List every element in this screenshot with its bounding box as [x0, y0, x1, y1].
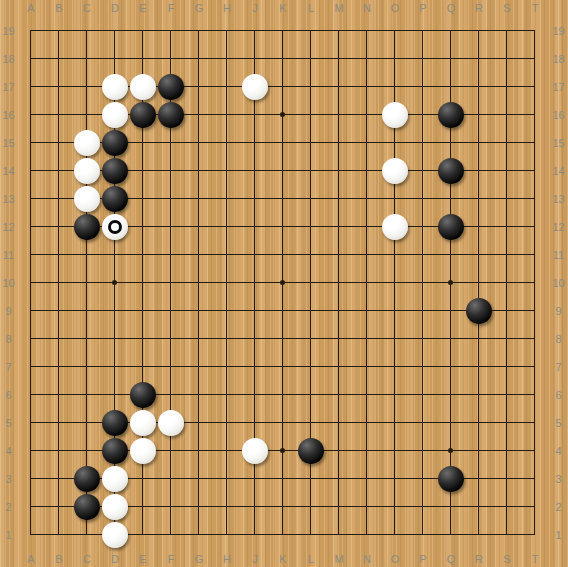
intersection-E19[interactable]: [129, 17, 157, 45]
intersection-L11[interactable]: [297, 241, 325, 269]
intersection-C18[interactable]: [73, 45, 101, 73]
intersection-G5[interactable]: [185, 409, 213, 437]
intersection-F16[interactable]: [157, 101, 185, 129]
intersection-A2[interactable]: [17, 493, 45, 521]
intersection-T10[interactable]: [521, 269, 549, 297]
intersection-P9[interactable]: [409, 297, 437, 325]
intersection-D6[interactable]: [101, 381, 129, 409]
intersection-H12[interactable]: [213, 213, 241, 241]
intersection-R8[interactable]: [465, 325, 493, 353]
intersection-E17[interactable]: [129, 73, 157, 101]
intersection-S4[interactable]: [493, 437, 521, 465]
intersection-Q12[interactable]: [437, 213, 465, 241]
intersection-A19[interactable]: [17, 17, 45, 45]
intersection-R6[interactable]: [465, 381, 493, 409]
intersection-C9[interactable]: [73, 297, 101, 325]
intersection-B16[interactable]: [45, 101, 73, 129]
intersection-L19[interactable]: [297, 17, 325, 45]
intersection-E6[interactable]: [129, 381, 157, 409]
intersection-P11[interactable]: [409, 241, 437, 269]
intersection-B8[interactable]: [45, 325, 73, 353]
intersection-M16[interactable]: [325, 101, 353, 129]
intersection-Q13[interactable]: [437, 185, 465, 213]
intersection-C14[interactable]: [73, 157, 101, 185]
intersection-C5[interactable]: [73, 409, 101, 437]
intersection-D18[interactable]: [101, 45, 129, 73]
intersection-S11[interactable]: [493, 241, 521, 269]
intersection-A10[interactable]: [17, 269, 45, 297]
intersection-M5[interactable]: [325, 409, 353, 437]
intersection-S1[interactable]: [493, 521, 521, 549]
intersection-Q4[interactable]: [437, 437, 465, 465]
intersection-K7[interactable]: [269, 353, 297, 381]
intersection-S18[interactable]: [493, 45, 521, 73]
intersection-E9[interactable]: [129, 297, 157, 325]
intersection-H9[interactable]: [213, 297, 241, 325]
intersection-A14[interactable]: [17, 157, 45, 185]
intersection-J19[interactable]: [241, 17, 269, 45]
intersection-N3[interactable]: [353, 465, 381, 493]
intersection-K3[interactable]: [269, 465, 297, 493]
intersection-N13[interactable]: [353, 185, 381, 213]
intersection-O9[interactable]: [381, 297, 409, 325]
intersection-D15[interactable]: [101, 129, 129, 157]
intersection-D14[interactable]: [101, 157, 129, 185]
intersection-P14[interactable]: [409, 157, 437, 185]
intersection-Q17[interactable]: [437, 73, 465, 101]
intersection-O10[interactable]: [381, 269, 409, 297]
intersection-L4[interactable]: [297, 437, 325, 465]
intersection-P13[interactable]: [409, 185, 437, 213]
intersection-N12[interactable]: [353, 213, 381, 241]
intersection-H3[interactable]: [213, 465, 241, 493]
intersection-H5[interactable]: [213, 409, 241, 437]
intersection-D16[interactable]: [101, 101, 129, 129]
intersection-Q8[interactable]: [437, 325, 465, 353]
intersection-M17[interactable]: [325, 73, 353, 101]
intersection-C7[interactable]: [73, 353, 101, 381]
intersection-F5[interactable]: [157, 409, 185, 437]
intersection-N17[interactable]: [353, 73, 381, 101]
intersection-L16[interactable]: [297, 101, 325, 129]
intersection-C2[interactable]: [73, 493, 101, 521]
intersection-H2[interactable]: [213, 493, 241, 521]
intersection-O6[interactable]: [381, 381, 409, 409]
intersection-B3[interactable]: [45, 465, 73, 493]
intersection-O5[interactable]: [381, 409, 409, 437]
intersection-M1[interactable]: [325, 521, 353, 549]
intersection-Q11[interactable]: [437, 241, 465, 269]
intersection-L15[interactable]: [297, 129, 325, 157]
intersection-L12[interactable]: [297, 213, 325, 241]
intersection-T15[interactable]: [521, 129, 549, 157]
intersection-Q5[interactable]: [437, 409, 465, 437]
intersection-S17[interactable]: [493, 73, 521, 101]
intersection-T19[interactable]: [521, 17, 549, 45]
intersection-H15[interactable]: [213, 129, 241, 157]
intersection-J17[interactable]: [241, 73, 269, 101]
intersection-K10[interactable]: [269, 269, 297, 297]
intersection-H17[interactable]: [213, 73, 241, 101]
intersection-G19[interactable]: [185, 17, 213, 45]
intersection-E5[interactable]: [129, 409, 157, 437]
intersection-A5[interactable]: [17, 409, 45, 437]
intersection-K14[interactable]: [269, 157, 297, 185]
intersection-D19[interactable]: [101, 17, 129, 45]
intersection-N2[interactable]: [353, 493, 381, 521]
intersection-G2[interactable]: [185, 493, 213, 521]
intersection-C16[interactable]: [73, 101, 101, 129]
intersection-P1[interactable]: [409, 521, 437, 549]
intersection-B18[interactable]: [45, 45, 73, 73]
intersection-O14[interactable]: [381, 157, 409, 185]
intersection-S10[interactable]: [493, 269, 521, 297]
intersection-G6[interactable]: [185, 381, 213, 409]
intersection-R14[interactable]: [465, 157, 493, 185]
intersection-E10[interactable]: [129, 269, 157, 297]
intersection-K18[interactable]: [269, 45, 297, 73]
intersection-O4[interactable]: [381, 437, 409, 465]
intersection-Q7[interactable]: [437, 353, 465, 381]
intersection-T13[interactable]: [521, 185, 549, 213]
intersection-R12[interactable]: [465, 213, 493, 241]
intersection-M2[interactable]: [325, 493, 353, 521]
intersection-L14[interactable]: [297, 157, 325, 185]
intersection-Q18[interactable]: [437, 45, 465, 73]
intersection-F10[interactable]: [157, 269, 185, 297]
intersection-M11[interactable]: [325, 241, 353, 269]
intersection-N4[interactable]: [353, 437, 381, 465]
intersection-S8[interactable]: [493, 325, 521, 353]
intersection-F14[interactable]: [157, 157, 185, 185]
intersection-E7[interactable]: [129, 353, 157, 381]
intersection-S9[interactable]: [493, 297, 521, 325]
intersection-F6[interactable]: [157, 381, 185, 409]
intersection-B4[interactable]: [45, 437, 73, 465]
intersection-H8[interactable]: [213, 325, 241, 353]
intersection-S19[interactable]: [493, 17, 521, 45]
intersection-F2[interactable]: [157, 493, 185, 521]
intersection-R3[interactable]: [465, 465, 493, 493]
intersection-K6[interactable]: [269, 381, 297, 409]
intersection-T3[interactable]: [521, 465, 549, 493]
intersection-F18[interactable]: [157, 45, 185, 73]
intersection-G18[interactable]: [185, 45, 213, 73]
intersection-L10[interactable]: [297, 269, 325, 297]
intersection-J15[interactable]: [241, 129, 269, 157]
intersection-P5[interactable]: [409, 409, 437, 437]
intersection-O13[interactable]: [381, 185, 409, 213]
intersection-L9[interactable]: [297, 297, 325, 325]
intersection-T14[interactable]: [521, 157, 549, 185]
intersection-S3[interactable]: [493, 465, 521, 493]
intersection-P6[interactable]: [409, 381, 437, 409]
intersection-A15[interactable]: [17, 129, 45, 157]
intersection-O12[interactable]: [381, 213, 409, 241]
intersection-N9[interactable]: [353, 297, 381, 325]
intersection-E12[interactable]: [129, 213, 157, 241]
intersection-J7[interactable]: [241, 353, 269, 381]
intersection-J4[interactable]: [241, 437, 269, 465]
intersection-S6[interactable]: [493, 381, 521, 409]
intersection-L13[interactable]: [297, 185, 325, 213]
intersection-L5[interactable]: [297, 409, 325, 437]
intersection-R11[interactable]: [465, 241, 493, 269]
intersection-S14[interactable]: [493, 157, 521, 185]
intersection-C8[interactable]: [73, 325, 101, 353]
intersection-C6[interactable]: [73, 381, 101, 409]
intersection-R13[interactable]: [465, 185, 493, 213]
intersection-O17[interactable]: [381, 73, 409, 101]
intersection-R2[interactable]: [465, 493, 493, 521]
intersection-J10[interactable]: [241, 269, 269, 297]
intersection-P18[interactable]: [409, 45, 437, 73]
intersection-G12[interactable]: [185, 213, 213, 241]
intersection-S2[interactable]: [493, 493, 521, 521]
intersection-O1[interactable]: [381, 521, 409, 549]
intersection-H19[interactable]: [213, 17, 241, 45]
intersection-L8[interactable]: [297, 325, 325, 353]
intersection-F8[interactable]: [157, 325, 185, 353]
intersection-N19[interactable]: [353, 17, 381, 45]
intersection-P7[interactable]: [409, 353, 437, 381]
intersection-T11[interactable]: [521, 241, 549, 269]
intersection-F9[interactable]: [157, 297, 185, 325]
intersection-R5[interactable]: [465, 409, 493, 437]
intersection-F11[interactable]: [157, 241, 185, 269]
intersection-T6[interactable]: [521, 381, 549, 409]
intersection-E3[interactable]: [129, 465, 157, 493]
intersection-R15[interactable]: [465, 129, 493, 157]
intersection-G17[interactable]: [185, 73, 213, 101]
intersection-E14[interactable]: [129, 157, 157, 185]
intersection-A12[interactable]: [17, 213, 45, 241]
intersection-A9[interactable]: [17, 297, 45, 325]
intersection-T18[interactable]: [521, 45, 549, 73]
intersection-R9[interactable]: [465, 297, 493, 325]
intersection-N8[interactable]: [353, 325, 381, 353]
intersection-N1[interactable]: [353, 521, 381, 549]
intersection-P3[interactable]: [409, 465, 437, 493]
intersection-H11[interactable]: [213, 241, 241, 269]
intersection-E1[interactable]: [129, 521, 157, 549]
intersection-D12[interactable]: [101, 213, 129, 241]
intersection-B12[interactable]: [45, 213, 73, 241]
intersection-D3[interactable]: [101, 465, 129, 493]
intersection-G15[interactable]: [185, 129, 213, 157]
intersection-O18[interactable]: [381, 45, 409, 73]
intersection-N7[interactable]: [353, 353, 381, 381]
intersection-L18[interactable]: [297, 45, 325, 73]
intersection-R1[interactable]: [465, 521, 493, 549]
intersection-A1[interactable]: [17, 521, 45, 549]
intersection-D1[interactable]: [101, 521, 129, 549]
intersection-T5[interactable]: [521, 409, 549, 437]
intersection-T16[interactable]: [521, 101, 549, 129]
intersection-T4[interactable]: [521, 437, 549, 465]
intersection-J1[interactable]: [241, 521, 269, 549]
intersection-Q14[interactable]: [437, 157, 465, 185]
intersection-H13[interactable]: [213, 185, 241, 213]
intersection-P15[interactable]: [409, 129, 437, 157]
intersection-F3[interactable]: [157, 465, 185, 493]
intersection-F17[interactable]: [157, 73, 185, 101]
intersection-T17[interactable]: [521, 73, 549, 101]
intersection-L3[interactable]: [297, 465, 325, 493]
intersection-P2[interactable]: [409, 493, 437, 521]
intersection-D2[interactable]: [101, 493, 129, 521]
intersection-O8[interactable]: [381, 325, 409, 353]
intersection-G14[interactable]: [185, 157, 213, 185]
intersection-K1[interactable]: [269, 521, 297, 549]
intersection-B10[interactable]: [45, 269, 73, 297]
intersection-J12[interactable]: [241, 213, 269, 241]
intersection-J11[interactable]: [241, 241, 269, 269]
intersection-N10[interactable]: [353, 269, 381, 297]
intersection-P17[interactable]: [409, 73, 437, 101]
intersection-H10[interactable]: [213, 269, 241, 297]
intersection-N15[interactable]: [353, 129, 381, 157]
intersection-B2[interactable]: [45, 493, 73, 521]
intersection-E15[interactable]: [129, 129, 157, 157]
intersection-C17[interactable]: [73, 73, 101, 101]
intersection-D4[interactable]: [101, 437, 129, 465]
intersection-S5[interactable]: [493, 409, 521, 437]
intersection-C3[interactable]: [73, 465, 101, 493]
intersection-K4[interactable]: [269, 437, 297, 465]
intersection-D17[interactable]: [101, 73, 129, 101]
intersection-C11[interactable]: [73, 241, 101, 269]
intersection-D10[interactable]: [101, 269, 129, 297]
intersection-Q16[interactable]: [437, 101, 465, 129]
intersection-T1[interactable]: [521, 521, 549, 549]
intersection-A6[interactable]: [17, 381, 45, 409]
intersection-A4[interactable]: [17, 437, 45, 465]
intersection-H16[interactable]: [213, 101, 241, 129]
intersection-M14[interactable]: [325, 157, 353, 185]
intersection-J13[interactable]: [241, 185, 269, 213]
intersection-H7[interactable]: [213, 353, 241, 381]
intersection-R10[interactable]: [465, 269, 493, 297]
intersection-G10[interactable]: [185, 269, 213, 297]
intersection-O15[interactable]: [381, 129, 409, 157]
intersection-K8[interactable]: [269, 325, 297, 353]
intersection-C12[interactable]: [73, 213, 101, 241]
intersection-E16[interactable]: [129, 101, 157, 129]
intersection-J9[interactable]: [241, 297, 269, 325]
intersection-G11[interactable]: [185, 241, 213, 269]
intersection-Q1[interactable]: [437, 521, 465, 549]
intersection-N11[interactable]: [353, 241, 381, 269]
intersection-O3[interactable]: [381, 465, 409, 493]
intersection-A11[interactable]: [17, 241, 45, 269]
intersection-T9[interactable]: [521, 297, 549, 325]
intersection-J5[interactable]: [241, 409, 269, 437]
intersection-Q15[interactable]: [437, 129, 465, 157]
intersection-A13[interactable]: [17, 185, 45, 213]
intersection-T12[interactable]: [521, 213, 549, 241]
intersection-K17[interactable]: [269, 73, 297, 101]
intersection-B7[interactable]: [45, 353, 73, 381]
intersection-M10[interactable]: [325, 269, 353, 297]
intersection-R19[interactable]: [465, 17, 493, 45]
intersection-E13[interactable]: [129, 185, 157, 213]
intersection-N18[interactable]: [353, 45, 381, 73]
intersection-H14[interactable]: [213, 157, 241, 185]
intersection-M13[interactable]: [325, 185, 353, 213]
intersection-K5[interactable]: [269, 409, 297, 437]
intersection-A17[interactable]: [17, 73, 45, 101]
intersection-C10[interactable]: [73, 269, 101, 297]
intersection-Q2[interactable]: [437, 493, 465, 521]
intersection-O16[interactable]: [381, 101, 409, 129]
intersection-M9[interactable]: [325, 297, 353, 325]
intersection-M6[interactable]: [325, 381, 353, 409]
intersection-M3[interactable]: [325, 465, 353, 493]
intersection-M7[interactable]: [325, 353, 353, 381]
intersection-R18[interactable]: [465, 45, 493, 73]
intersection-Q3[interactable]: [437, 465, 465, 493]
intersection-N5[interactable]: [353, 409, 381, 437]
intersection-P4[interactable]: [409, 437, 437, 465]
intersection-P10[interactable]: [409, 269, 437, 297]
intersection-C15[interactable]: [73, 129, 101, 157]
intersection-N14[interactable]: [353, 157, 381, 185]
intersection-O7[interactable]: [381, 353, 409, 381]
intersection-T2[interactable]: [521, 493, 549, 521]
intersection-B5[interactable]: [45, 409, 73, 437]
intersection-C4[interactable]: [73, 437, 101, 465]
intersection-S13[interactable]: [493, 185, 521, 213]
intersection-H6[interactable]: [213, 381, 241, 409]
intersection-M19[interactable]: [325, 17, 353, 45]
intersection-G1[interactable]: [185, 521, 213, 549]
intersection-R16[interactable]: [465, 101, 493, 129]
intersection-S12[interactable]: [493, 213, 521, 241]
intersection-S7[interactable]: [493, 353, 521, 381]
intersection-G4[interactable]: [185, 437, 213, 465]
intersection-L6[interactable]: [297, 381, 325, 409]
intersection-D5[interactable]: [101, 409, 129, 437]
intersection-H1[interactable]: [213, 521, 241, 549]
intersection-C19[interactable]: [73, 17, 101, 45]
intersection-K19[interactable]: [269, 17, 297, 45]
intersection-L17[interactable]: [297, 73, 325, 101]
intersection-E11[interactable]: [129, 241, 157, 269]
intersection-G3[interactable]: [185, 465, 213, 493]
intersection-O19[interactable]: [381, 17, 409, 45]
intersection-O11[interactable]: [381, 241, 409, 269]
intersection-N6[interactable]: [353, 381, 381, 409]
intersection-G13[interactable]: [185, 185, 213, 213]
intersection-E4[interactable]: [129, 437, 157, 465]
intersection-F4[interactable]: [157, 437, 185, 465]
intersection-F12[interactable]: [157, 213, 185, 241]
intersection-K2[interactable]: [269, 493, 297, 521]
intersection-J6[interactable]: [241, 381, 269, 409]
intersection-R17[interactable]: [465, 73, 493, 101]
intersection-B17[interactable]: [45, 73, 73, 101]
intersection-B6[interactable]: [45, 381, 73, 409]
intersection-G8[interactable]: [185, 325, 213, 353]
intersection-Q9[interactable]: [437, 297, 465, 325]
intersection-D11[interactable]: [101, 241, 129, 269]
intersection-K11[interactable]: [269, 241, 297, 269]
intersection-H18[interactable]: [213, 45, 241, 73]
intersection-H4[interactable]: [213, 437, 241, 465]
intersection-B1[interactable]: [45, 521, 73, 549]
intersection-B13[interactable]: [45, 185, 73, 213]
